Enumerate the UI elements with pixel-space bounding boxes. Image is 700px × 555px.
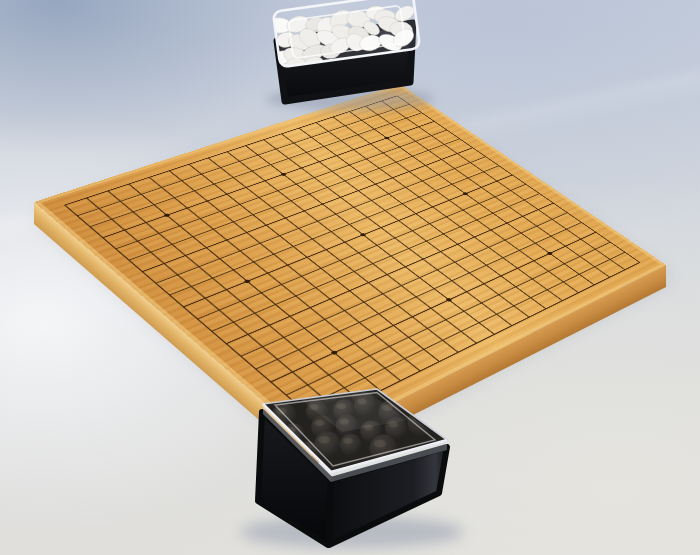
star-point bbox=[163, 213, 171, 217]
go-board bbox=[0, 0, 700, 555]
board-grid bbox=[34, 84, 666, 444]
grid-line bbox=[227, 152, 476, 343]
photo-scene bbox=[0, 0, 700, 555]
grid-line bbox=[316, 122, 562, 300]
grid-line bbox=[333, 117, 579, 293]
grid-line bbox=[65, 96, 397, 205]
board-top-surface bbox=[34, 84, 666, 444]
grid-line bbox=[77, 104, 409, 216]
grid-line bbox=[299, 128, 546, 309]
grid-line bbox=[116, 130, 447, 249]
board-edge-chamfer bbox=[37, 85, 663, 441]
grid-line bbox=[397, 96, 640, 263]
grid-line bbox=[189, 164, 439, 361]
